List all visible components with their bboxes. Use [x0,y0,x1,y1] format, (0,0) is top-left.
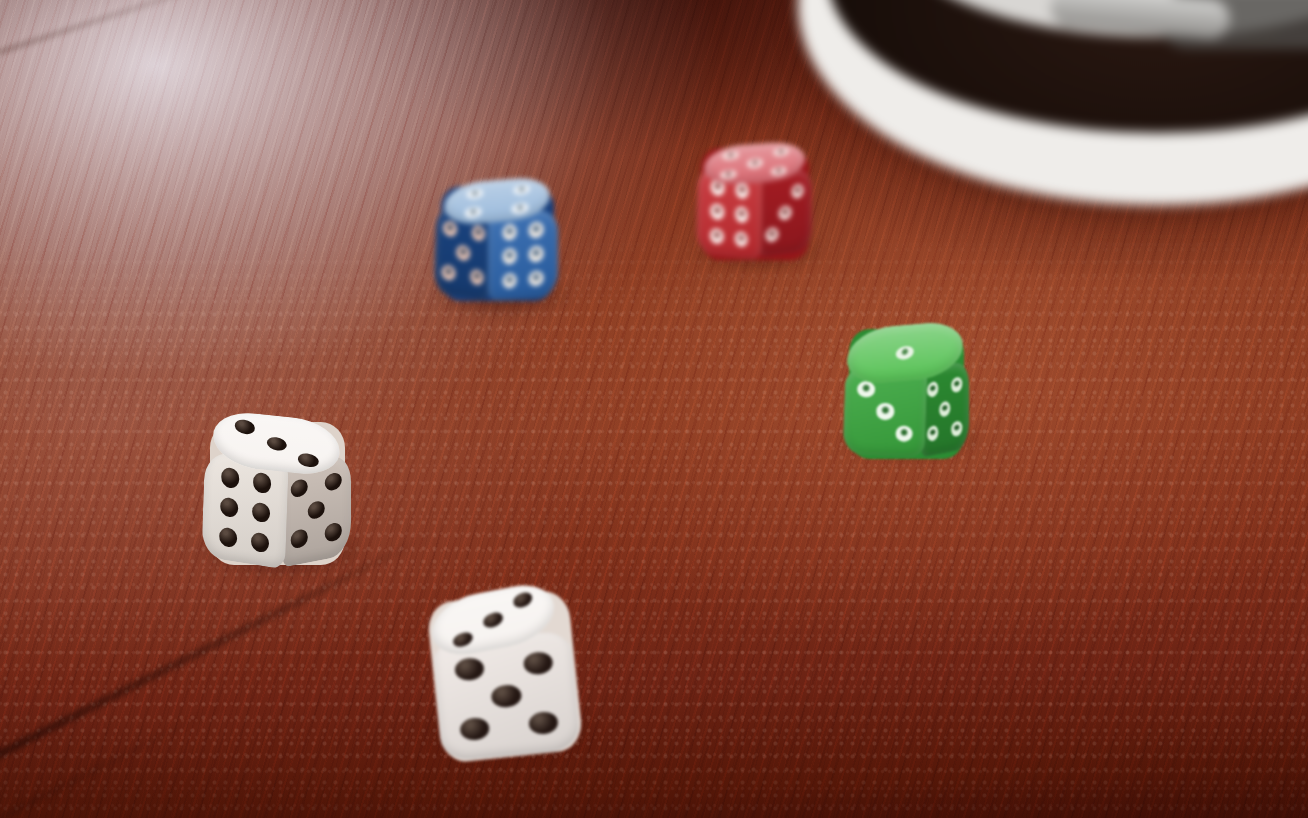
die-blue-face-front-6 [488,209,558,302]
pip [482,611,502,629]
pip [746,158,763,169]
die-white-bottom [429,593,580,758]
pip [951,419,963,436]
pip [459,717,490,741]
pip [529,222,544,239]
pip [735,206,749,223]
table-photo [0,0,1308,818]
wet-sheen-speckle [0,230,1308,818]
saucer [798,0,1308,205]
pip [219,526,237,548]
pip [441,264,455,281]
pip [469,268,483,285]
die-white-left [206,419,349,565]
pip [251,531,269,553]
pip [792,184,805,200]
pip [471,224,485,241]
pip [443,220,457,237]
pip [325,522,341,542]
pip [266,436,287,452]
pip [772,146,789,157]
die-red [698,146,812,260]
pip [453,657,484,681]
plank-seam [0,530,433,773]
pip [511,203,529,215]
pip [735,182,749,199]
pip [770,166,787,177]
plank-seam [0,0,273,65]
pip [491,684,522,708]
pip [502,224,517,241]
pip [876,403,894,420]
pip [927,380,939,397]
pip [710,203,724,220]
pip [529,270,544,287]
pip [513,184,531,196]
pip [253,472,271,494]
pip [529,246,544,263]
pip [951,376,963,393]
pip [308,500,324,520]
pip [252,502,270,524]
pip [464,207,482,219]
pip [779,205,792,221]
pip [895,425,913,442]
pip [722,150,739,161]
pip [927,424,939,441]
pip [220,497,238,519]
pip [710,227,724,244]
die-blue [437,184,558,301]
pip [234,419,255,435]
pip [452,631,472,649]
die-green [845,326,968,459]
pip [857,381,875,398]
pip [895,345,915,360]
pip [734,230,748,247]
pip [298,453,319,469]
pip [766,227,779,243]
pip [466,188,484,200]
pip [456,244,470,261]
pip [221,467,239,489]
pip [939,400,951,417]
pip [325,472,341,492]
pip [523,651,554,675]
pip [512,591,532,609]
pip [528,711,559,735]
pip [291,528,307,548]
pip [502,248,517,265]
pip [502,273,517,290]
plank-seam [0,695,238,818]
pip [291,478,307,498]
pip [719,169,736,180]
